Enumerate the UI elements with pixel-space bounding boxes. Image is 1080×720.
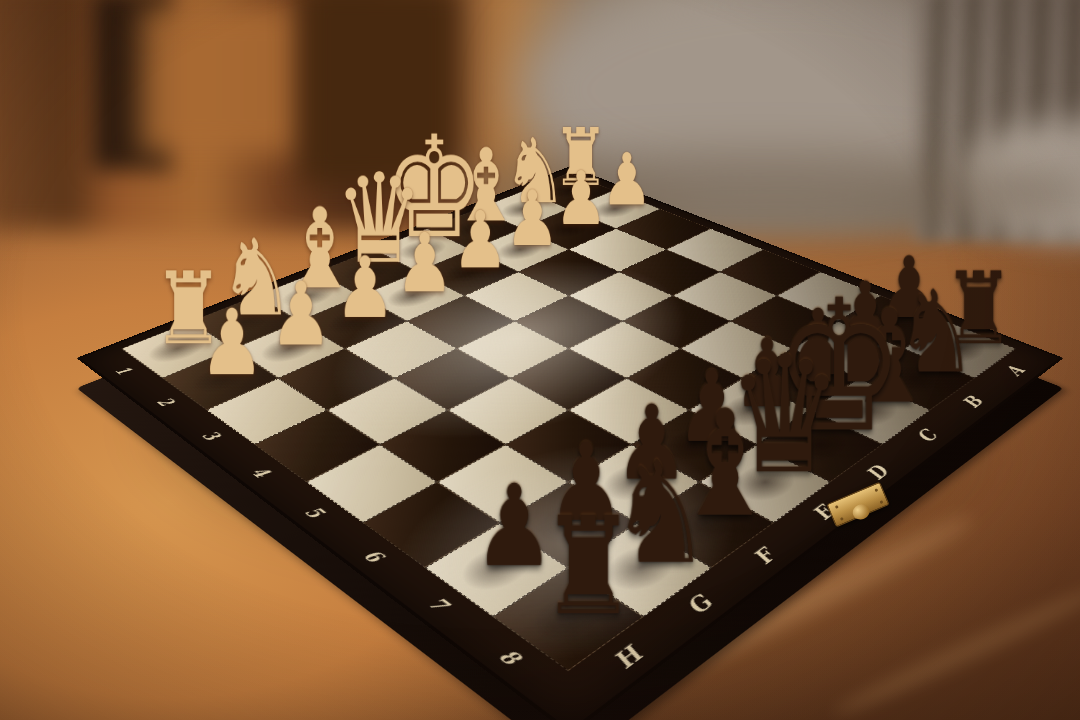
- piece-shadow: [515, 582, 620, 654]
- chair-leg: [300, 0, 460, 185]
- piece-black-rook-a8: ♜: [943, 261, 1015, 356]
- piece-white-knight-g1: ♞: [219, 228, 295, 329]
- chair-wood: [140, 5, 300, 155]
- piece-white-rook-h1: ♜: [153, 261, 225, 356]
- piece-black-pawn-a7: ♟: [879, 248, 940, 328]
- board-grid: ♜♞♝♛♚♝♞♜♟♟♟♟♟♟♟♟♟♟♟♟♟♟♟♟♜♞♝♛♚♝♞♜: [121, 173, 1015, 671]
- piece-shadow: [314, 303, 391, 340]
- piece-shadow: [877, 357, 956, 400]
- square-e4: [457, 321, 569, 378]
- piece-shadow: [810, 329, 886, 369]
- square-g2: ♟: [233, 321, 345, 378]
- chess-board: 12345678 HGFEDCBA ♜♞♝♛♚♝♞♜♟♟♟♟♟♟♟♟♟♟♟♟♟♟…: [76, 166, 1063, 720]
- table-scratch: [830, 578, 1080, 720]
- piece-shadow: [249, 329, 329, 369]
- piece-white-rook-a1: ♜: [552, 120, 609, 195]
- square-f3: [345, 321, 457, 378]
- couch-backrest: [915, 0, 1080, 240]
- couch-cushion: [960, 120, 1080, 240]
- chair-leg: [92, 0, 172, 170]
- piece-white-pawn-a2: ♟: [601, 146, 652, 214]
- living-room-scene: 12345678 HGFEDCBA ♜♞♝♛♚♝♞♜♟♟♟♟♟♟♟♟♟♟♟♟♟♟…: [0, 0, 1080, 720]
